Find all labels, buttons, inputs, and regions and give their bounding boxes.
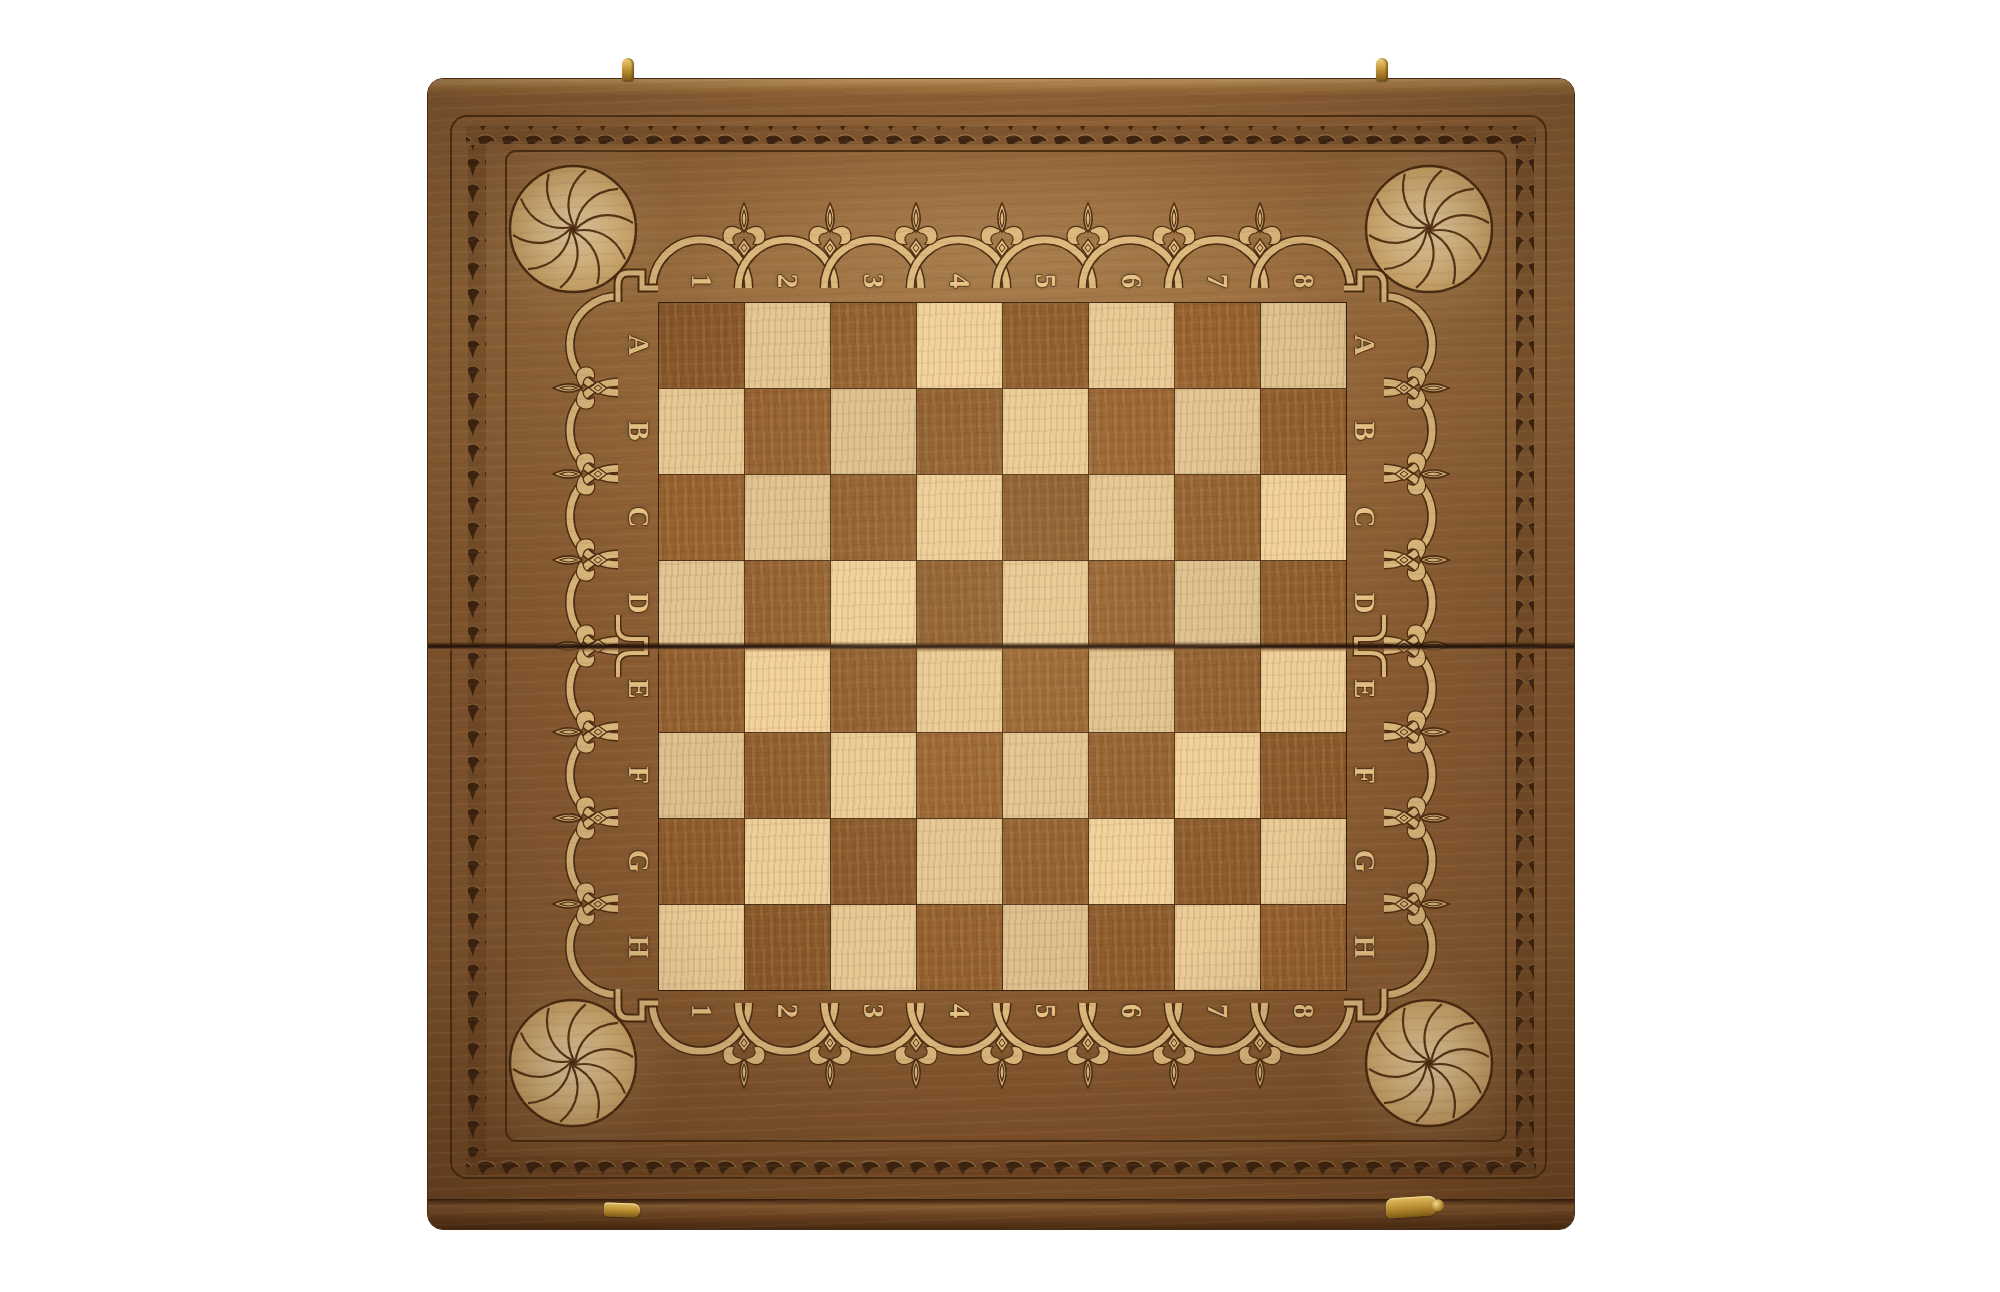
- square-F5[interactable]: [1003, 733, 1088, 818]
- brass-clasp-left: [604, 1202, 640, 1217]
- square-E8[interactable]: [1261, 647, 1346, 732]
- square-H1[interactable]: [659, 905, 744, 990]
- square-E4[interactable]: [917, 647, 1002, 732]
- square-G8[interactable]: [1261, 819, 1346, 904]
- square-A4[interactable]: [917, 303, 1002, 388]
- square-F7[interactable]: [1175, 733, 1260, 818]
- brass-hinge-pin-right: [1376, 58, 1388, 81]
- square-C4[interactable]: [917, 475, 1002, 560]
- square-C5[interactable]: [1003, 475, 1088, 560]
- brass-clasp-right: [1385, 1195, 1438, 1219]
- square-D4[interactable]: [917, 561, 1002, 646]
- square-C8[interactable]: [1261, 475, 1346, 560]
- square-H8[interactable]: [1261, 905, 1346, 990]
- square-G4[interactable]: [917, 819, 1002, 904]
- square-H6[interactable]: [1089, 905, 1174, 990]
- square-E5[interactable]: [1003, 647, 1088, 732]
- square-G7[interactable]: [1175, 819, 1260, 904]
- square-D5[interactable]: [1003, 561, 1088, 646]
- square-B4[interactable]: [917, 389, 1002, 474]
- square-C3[interactable]: [831, 475, 916, 560]
- square-B2[interactable]: [745, 389, 830, 474]
- square-A2[interactable]: [745, 303, 830, 388]
- square-D7[interactable]: [1175, 561, 1260, 646]
- square-E6[interactable]: [1089, 647, 1174, 732]
- square-B3[interactable]: [831, 389, 916, 474]
- square-E2[interactable]: [745, 647, 830, 732]
- square-F8[interactable]: [1261, 733, 1346, 818]
- square-D1[interactable]: [659, 561, 744, 646]
- square-A3[interactable]: [831, 303, 916, 388]
- square-H7[interactable]: [1175, 905, 1260, 990]
- square-C6[interactable]: [1089, 475, 1174, 560]
- square-G5[interactable]: [1003, 819, 1088, 904]
- chess-board-grid: [658, 302, 1347, 991]
- square-D3[interactable]: [831, 561, 916, 646]
- photo-white-background: 1234567812345678ABCDEFGHABCDEFGH: [0, 0, 2000, 1292]
- square-F2[interactable]: [745, 733, 830, 818]
- square-H2[interactable]: [745, 905, 830, 990]
- square-C2[interactable]: [745, 475, 830, 560]
- square-A8[interactable]: [1261, 303, 1346, 388]
- square-B6[interactable]: [1089, 389, 1174, 474]
- square-A6[interactable]: [1089, 303, 1174, 388]
- square-B7[interactable]: [1175, 389, 1260, 474]
- brass-hinge-pin-left: [622, 58, 634, 81]
- square-B1[interactable]: [659, 389, 744, 474]
- eternity-rosette-icon: [510, 1000, 636, 1126]
- square-D2[interactable]: [745, 561, 830, 646]
- square-D8[interactable]: [1261, 561, 1346, 646]
- square-D6[interactable]: [1089, 561, 1174, 646]
- square-H5[interactable]: [1003, 905, 1088, 990]
- square-H3[interactable]: [831, 905, 916, 990]
- square-G6[interactable]: [1089, 819, 1174, 904]
- square-F3[interactable]: [831, 733, 916, 818]
- eternity-rosette-icon: [1366, 1000, 1492, 1126]
- square-C7[interactable]: [1175, 475, 1260, 560]
- carved-chess-box: 1234567812345678ABCDEFGHABCDEFGH: [427, 78, 1575, 1230]
- square-F1[interactable]: [659, 733, 744, 818]
- square-G1[interactable]: [659, 819, 744, 904]
- square-B5[interactable]: [1003, 389, 1088, 474]
- square-C1[interactable]: [659, 475, 744, 560]
- square-E1[interactable]: [659, 647, 744, 732]
- square-F6[interactable]: [1089, 733, 1174, 818]
- square-F4[interactable]: [917, 733, 1002, 818]
- square-A1[interactable]: [659, 303, 744, 388]
- square-A5[interactable]: [1003, 303, 1088, 388]
- square-A7[interactable]: [1175, 303, 1260, 388]
- square-E7[interactable]: [1175, 647, 1260, 732]
- square-H4[interactable]: [917, 905, 1002, 990]
- square-B8[interactable]: [1261, 389, 1346, 474]
- square-G2[interactable]: [745, 819, 830, 904]
- square-E3[interactable]: [831, 647, 916, 732]
- square-G3[interactable]: [831, 819, 916, 904]
